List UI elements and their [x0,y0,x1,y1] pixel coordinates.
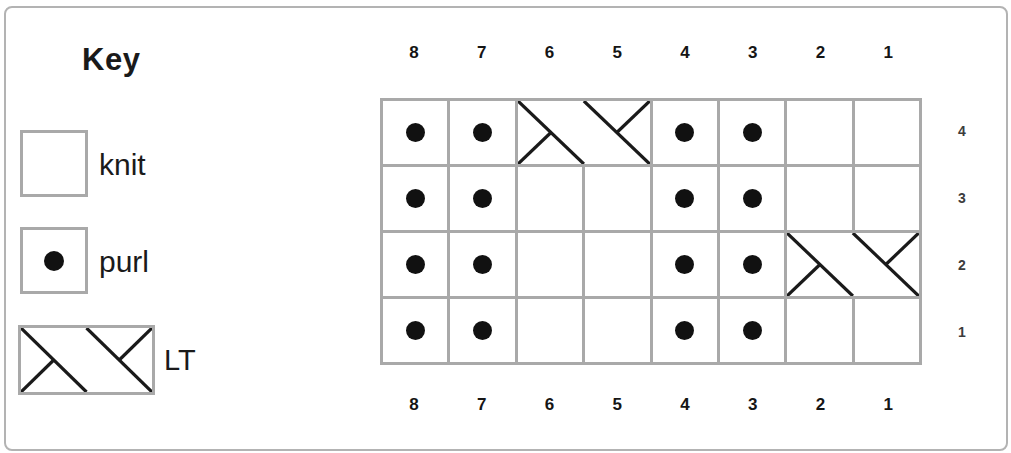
purl-dot-icon [743,189,762,208]
col-header-bottom-7: 7 [448,394,516,416]
chart-cell-purl [653,101,717,164]
key-purl-label: purl [99,245,149,279]
chart-cell-purl [653,233,717,296]
purl-dot-icon [743,321,762,340]
purl-dot-icon [743,255,762,274]
chart-cell-knit [585,167,649,230]
col-header-bottom-6: 6 [516,394,584,416]
chart-cell-knit [855,299,919,362]
purl-dot-icon [473,321,492,340]
col-header-top-6: 6 [516,42,584,64]
chart-cell-lt [787,233,919,296]
purl-dot-icon [675,189,694,208]
chart-cell-purl [720,101,784,164]
chart-cell-purl [450,101,514,164]
key-lt-swatch [18,325,155,395]
key-purl-swatch [20,227,88,294]
col-header-top-2: 2 [787,42,855,64]
purl-dot-icon [675,255,694,274]
chart-cell-purl [383,101,447,164]
chart-cell-knit [518,299,582,362]
purl-dot-icon [406,255,425,274]
purl-dot-icon [473,123,492,142]
chart-cell-purl [720,299,784,362]
row-number-3: 3 [944,165,980,232]
chart-cell-purl [383,167,447,230]
chart-cell-purl [450,299,514,362]
chart-cell-knit [787,101,851,164]
chart-cell-knit [855,101,919,164]
purl-dot-icon [406,321,425,340]
chart-cell-purl [450,233,514,296]
chart-cell-purl [450,167,514,230]
row-numbers: 4321 [944,98,980,365]
key-knit-label: knit [99,148,146,182]
row-number-4: 4 [944,98,980,165]
col-header-top-5: 5 [583,42,651,64]
col-header-bottom-5: 5 [583,394,651,416]
purl-dot-icon [406,123,425,142]
col-header-top-8: 8 [380,42,448,64]
chart-cell-lt [518,101,650,164]
col-header-bottom-3: 3 [719,394,787,416]
left-twist-icon [787,233,919,296]
chart-cell-purl [653,167,717,230]
purl-dot-icon [44,251,64,271]
col-header-bottom-2: 2 [787,394,855,416]
purl-dot-icon [675,123,694,142]
chart-cell-purl [720,233,784,296]
col-header-bottom-8: 8 [380,394,448,416]
chart-grid [380,98,922,365]
chart-cell-knit [518,167,582,230]
chart-cell-knit [855,167,919,230]
purl-dot-icon [743,123,762,142]
purl-dot-icon [473,189,492,208]
row-number-2: 2 [944,232,980,299]
row-number-1: 1 [944,298,980,365]
col-header-top-4: 4 [651,42,719,64]
left-twist-icon [518,101,650,164]
key-title: Key [82,42,140,78]
chart-cell-purl [720,167,784,230]
chart-cell-knit [787,299,851,362]
chart-cell-purl [653,299,717,362]
col-header-bottom-1: 1 [854,394,922,416]
left-twist-icon [21,328,152,392]
knitting-chart-page: Key knit purl LT 87654321 87654321 4321 [0,0,1011,453]
col-header-top-3: 3 [719,42,787,64]
chart-cell-knit [585,299,649,362]
column-headers-top: 87654321 [380,42,922,64]
column-headers-bottom: 87654321 [380,394,922,416]
chart-cell-knit [787,167,851,230]
key-knit-swatch [20,130,88,197]
chart-cell-purl [383,233,447,296]
purl-dot-icon [406,189,425,208]
col-header-top-7: 7 [448,42,516,64]
chart-cell-knit [585,233,649,296]
key-lt-label: LT [164,344,196,377]
col-header-bottom-4: 4 [651,394,719,416]
purl-dot-icon [473,255,492,274]
purl-dot-icon [675,321,694,340]
chart-cell-knit [518,233,582,296]
col-header-top-1: 1 [854,42,922,64]
chart-cell-purl [383,299,447,362]
